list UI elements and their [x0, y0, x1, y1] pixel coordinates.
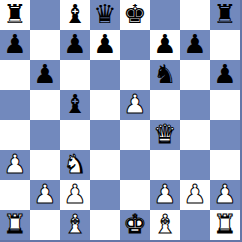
square-f8[interactable]	[150, 0, 180, 30]
square-a6[interactable]	[0, 60, 30, 90]
square-b5[interactable]	[30, 90, 60, 120]
white-knight-piece[interactable]: ♞	[63, 150, 86, 179]
square-f6[interactable]: ♞	[150, 60, 180, 90]
black-knight-piece[interactable]: ♞	[153, 60, 176, 89]
square-b1[interactable]	[30, 210, 60, 240]
white-bishop-piece[interactable]: ♝	[63, 210, 86, 239]
chess-board: ♜♝♛♚♜♟♟♟♟♟♟♞♟♝♟♛♟♞♟♟♟♟♟♜♝♚♝♜	[0, 0, 240, 240]
square-f3[interactable]	[150, 150, 180, 180]
square-g4[interactable]	[180, 120, 210, 150]
black-king-piece[interactable]: ♚	[123, 0, 146, 29]
square-h5[interactable]	[210, 90, 240, 120]
square-d7[interactable]: ♟	[90, 30, 120, 60]
square-g2[interactable]: ♟	[180, 180, 210, 210]
square-g7[interactable]: ♟	[180, 30, 210, 60]
square-g1[interactable]	[180, 210, 210, 240]
white-king-piece[interactable]: ♚	[123, 210, 146, 239]
square-b7[interactable]	[30, 30, 60, 60]
square-f5[interactable]	[150, 90, 180, 120]
square-c5[interactable]: ♝	[60, 90, 90, 120]
square-a2[interactable]	[0, 180, 30, 210]
square-b8[interactable]	[30, 0, 60, 30]
board-edge-right	[240, 0, 242, 242]
square-g6[interactable]	[180, 60, 210, 90]
square-b6[interactable]: ♟	[30, 60, 60, 90]
square-d3[interactable]	[90, 150, 120, 180]
square-a8[interactable]: ♜	[0, 0, 30, 30]
black-bishop-piece[interactable]: ♝	[63, 0, 86, 29]
square-a5[interactable]	[0, 90, 30, 120]
white-pawn-piece[interactable]: ♟	[153, 180, 176, 209]
square-a3[interactable]: ♟	[0, 150, 30, 180]
square-g8[interactable]	[180, 0, 210, 30]
square-d8[interactable]: ♛	[90, 0, 120, 30]
square-a4[interactable]	[0, 120, 30, 150]
white-queen-piece[interactable]: ♛	[153, 120, 176, 149]
black-bishop-piece[interactable]: ♝	[63, 90, 86, 119]
square-e4[interactable]	[120, 120, 150, 150]
chess-board-frame: ♜♝♛♚♜♟♟♟♟♟♟♞♟♝♟♛♟♞♟♟♟♟♟♜♝♚♝♜	[0, 0, 242, 242]
square-c2[interactable]: ♟	[60, 180, 90, 210]
white-rook-piece[interactable]: ♜	[213, 210, 236, 239]
square-h2[interactable]: ♟	[210, 180, 240, 210]
black-queen-piece[interactable]: ♛	[93, 0, 116, 29]
square-g5[interactable]	[180, 90, 210, 120]
square-f1[interactable]: ♝	[150, 210, 180, 240]
white-pawn-piece[interactable]: ♟	[183, 180, 206, 209]
square-c7[interactable]: ♟	[60, 30, 90, 60]
square-a1[interactable]: ♜	[0, 210, 30, 240]
square-d6[interactable]	[90, 60, 120, 90]
square-e1[interactable]: ♚	[120, 210, 150, 240]
black-pawn-piece[interactable]: ♟	[93, 30, 116, 59]
square-e8[interactable]: ♚	[120, 0, 150, 30]
square-h7[interactable]	[210, 30, 240, 60]
square-d5[interactable]	[90, 90, 120, 120]
square-d4[interactable]	[90, 120, 120, 150]
square-d2[interactable]	[90, 180, 120, 210]
black-pawn-piece[interactable]: ♟	[213, 60, 236, 89]
square-f2[interactable]: ♟	[150, 180, 180, 210]
white-pawn-piece[interactable]: ♟	[3, 150, 26, 179]
white-bishop-piece[interactable]: ♝	[153, 210, 176, 239]
black-rook-piece[interactable]: ♜	[3, 0, 26, 29]
white-pawn-piece[interactable]: ♟	[213, 180, 236, 209]
white-pawn-piece[interactable]: ♟	[63, 180, 86, 209]
square-h8[interactable]: ♜	[210, 0, 240, 30]
square-e2[interactable]	[120, 180, 150, 210]
square-b2[interactable]: ♟	[30, 180, 60, 210]
square-b4[interactable]	[30, 120, 60, 150]
square-c4[interactable]	[60, 120, 90, 150]
square-c3[interactable]: ♞	[60, 150, 90, 180]
black-pawn-piece[interactable]: ♟	[63, 30, 86, 59]
square-b3[interactable]	[30, 150, 60, 180]
square-c6[interactable]	[60, 60, 90, 90]
square-c1[interactable]: ♝	[60, 210, 90, 240]
square-h1[interactable]: ♜	[210, 210, 240, 240]
square-e3[interactable]	[120, 150, 150, 180]
square-h6[interactable]: ♟	[210, 60, 240, 90]
black-pawn-piece[interactable]: ♟	[153, 30, 176, 59]
white-rook-piece[interactable]: ♜	[3, 210, 26, 239]
square-f7[interactable]: ♟	[150, 30, 180, 60]
square-d1[interactable]	[90, 210, 120, 240]
black-pawn-piece[interactable]: ♟	[33, 60, 56, 89]
square-f4[interactable]: ♛	[150, 120, 180, 150]
square-c8[interactable]: ♝	[60, 0, 90, 30]
square-e6[interactable]	[120, 60, 150, 90]
white-pawn-piece[interactable]: ♟	[123, 90, 146, 119]
black-rook-piece[interactable]: ♜	[213, 0, 236, 29]
square-h3[interactable]	[210, 150, 240, 180]
black-pawn-piece[interactable]: ♟	[3, 30, 26, 59]
black-pawn-piece[interactable]: ♟	[183, 30, 206, 59]
square-e7[interactable]	[120, 30, 150, 60]
square-e5[interactable]: ♟	[120, 90, 150, 120]
square-g3[interactable]	[180, 150, 210, 180]
square-h4[interactable]	[210, 120, 240, 150]
square-a7[interactable]: ♟	[0, 30, 30, 60]
white-pawn-piece[interactable]: ♟	[33, 180, 56, 209]
